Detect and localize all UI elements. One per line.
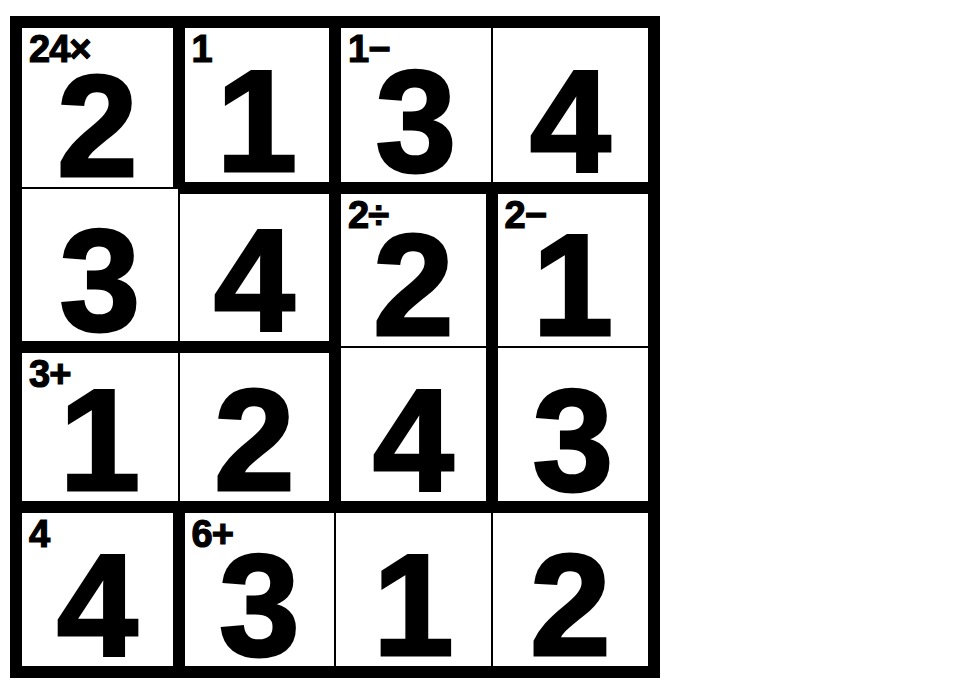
cell-value: 1	[22, 368, 178, 513]
cell-value: 2	[341, 213, 486, 358]
cell-value: 1	[336, 533, 491, 678]
cell-value: 1	[498, 213, 649, 358]
cell-value: 2	[22, 54, 173, 199]
cell-r0c0[interactable]: 24× 2	[22, 28, 179, 188]
cell-value: 4	[22, 533, 173, 678]
cell-r0c3[interactable]: 4	[492, 28, 649, 188]
cell-value: 4	[493, 49, 649, 194]
cell-r0c2[interactable]: 1− 3	[335, 28, 492, 188]
cell-r2c0[interactable]: 3+ 1	[22, 347, 179, 507]
page: 24× 2 1 1 1− 3 4 3 4 2÷ 2 2− 1	[0, 0, 960, 686]
cell-r3c2[interactable]: 1	[335, 507, 492, 667]
cell-r1c2[interactable]: 2÷ 2	[335, 188, 492, 348]
cell-value: 4	[341, 368, 486, 513]
cell-value: 3	[341, 49, 491, 194]
cell-value: 1	[185, 49, 330, 194]
cell-value: 2	[180, 368, 330, 513]
cell-r1c3[interactable]: 2− 1	[492, 188, 649, 348]
cell-r0c1[interactable]: 1 1	[179, 28, 336, 188]
cell-r2c2[interactable]: 4	[335, 347, 492, 507]
cell-value: 4	[180, 208, 330, 353]
cell-value: 2	[493, 533, 649, 678]
cell-r1c1[interactable]: 4	[179, 188, 336, 348]
cell-r2c3[interactable]: 3	[492, 347, 649, 507]
cell-r3c3[interactable]: 2	[492, 507, 649, 667]
cell-r3c0[interactable]: 4 4	[22, 507, 179, 667]
cell-value: 3	[185, 533, 335, 678]
cell-value: 3	[498, 368, 649, 513]
cell-r3c1[interactable]: 6+ 3	[179, 507, 336, 667]
cell-r1c0[interactable]: 3	[22, 188, 179, 348]
cell-r2c1[interactable]: 2	[179, 347, 336, 507]
cell-value: 3	[22, 208, 178, 353]
kenken-board: 24× 2 1 1 1− 3 4 3 4 2÷ 2 2− 1	[10, 16, 660, 678]
